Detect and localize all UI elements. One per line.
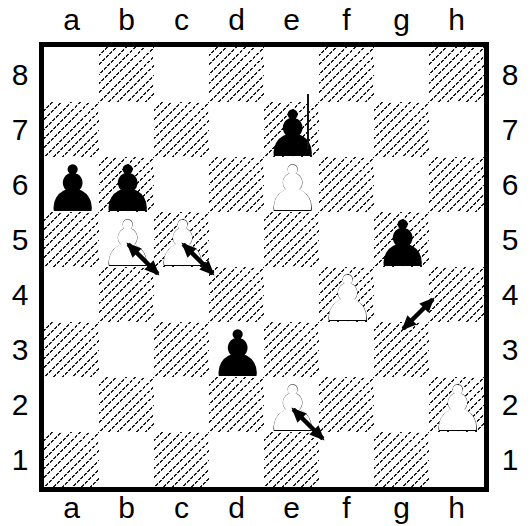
square-b3 xyxy=(99,322,154,377)
board-grid: ♟♟♟♟♙♟♙♟♙♟♟♙♟♟♙♟♙ xyxy=(44,47,484,487)
square-f5 xyxy=(319,212,374,267)
white-pawn-fill: ♟ xyxy=(320,268,376,330)
rank-label: 5 xyxy=(2,212,38,267)
square-d1 xyxy=(209,432,264,487)
file-label: f xyxy=(319,2,374,38)
file-label: c xyxy=(154,490,209,526)
rank-label: 3 xyxy=(492,322,528,377)
square-e1 xyxy=(264,432,319,487)
file-label: f xyxy=(319,490,374,526)
rank-label: 4 xyxy=(2,267,38,322)
file-label: e xyxy=(264,490,319,526)
square-f4: ♟♙ xyxy=(319,267,374,322)
square-b8 xyxy=(99,47,154,102)
square-g5: ♟ xyxy=(374,212,429,267)
file-label: g xyxy=(374,2,429,38)
square-h1 xyxy=(429,432,484,487)
square-e7: ♟ xyxy=(264,102,319,157)
file-label: h xyxy=(429,2,484,38)
square-d3: ♟ xyxy=(209,322,264,377)
square-c6 xyxy=(154,157,209,212)
white-pawn-fill: ♟ xyxy=(100,213,156,275)
file-label: e xyxy=(264,2,319,38)
white-pawn: ♟♙ xyxy=(264,157,319,212)
rank-labels-right: 87654321 xyxy=(492,47,528,487)
square-a5 xyxy=(44,212,99,267)
square-e5 xyxy=(264,212,319,267)
chess-board: ♟♟♟♟♙♟♙♟♙♟♟♙♟♟♙♟♙ xyxy=(39,42,489,492)
file-label: g xyxy=(374,490,429,526)
black-pawn: ♟ xyxy=(44,157,99,212)
square-g3 xyxy=(374,322,429,377)
square-b1 xyxy=(99,432,154,487)
square-a2 xyxy=(44,377,99,432)
square-e2: ♟♙ xyxy=(264,377,319,432)
black-pawn: ♟ xyxy=(99,157,154,212)
square-h2: ♟♙ xyxy=(429,377,484,432)
white-pawn-fill: ♟ xyxy=(265,378,321,440)
black-pawn: ♟ xyxy=(374,212,429,267)
square-c1 xyxy=(154,432,209,487)
white-pawn-fill: ♟ xyxy=(430,378,486,440)
rank-label: 6 xyxy=(492,157,528,212)
file-label: d xyxy=(209,2,264,38)
square-h4 xyxy=(429,267,484,322)
file-label: a xyxy=(44,2,99,38)
rank-label: 2 xyxy=(2,377,38,432)
file-label: b xyxy=(99,2,154,38)
file-label: b xyxy=(99,490,154,526)
rank-label: 5 xyxy=(492,212,528,267)
rank-label: 8 xyxy=(2,47,38,102)
square-c5: ♟♙ xyxy=(154,212,209,267)
square-f3 xyxy=(319,322,374,377)
square-g1 xyxy=(374,432,429,487)
square-b5: ♟♙ xyxy=(99,212,154,267)
square-c2 xyxy=(154,377,209,432)
square-g2 xyxy=(374,377,429,432)
white-pawn-fill: ♟ xyxy=(265,158,321,220)
square-h5 xyxy=(429,212,484,267)
square-f6 xyxy=(319,157,374,212)
white-pawn: ♟♙ xyxy=(154,212,209,267)
square-h3 xyxy=(429,322,484,377)
square-h8 xyxy=(429,47,484,102)
square-d4 xyxy=(209,267,264,322)
white-pawn: ♟♙ xyxy=(99,212,154,267)
chess-diagram: abcdefgh 87654321 87654321 abcdefgh ♟♟♟♟… xyxy=(0,0,530,526)
file-label: d xyxy=(209,490,264,526)
square-c3 xyxy=(154,322,209,377)
square-b2 xyxy=(99,377,154,432)
square-g4 xyxy=(374,267,429,322)
square-d6 xyxy=(209,157,264,212)
black-pawn: ♟ xyxy=(264,102,319,157)
file-label: a xyxy=(44,490,99,526)
square-e3 xyxy=(264,322,319,377)
rank-label: 8 xyxy=(492,47,528,102)
square-h7 xyxy=(429,102,484,157)
square-a1 xyxy=(44,432,99,487)
square-d5 xyxy=(209,212,264,267)
square-e4 xyxy=(264,267,319,322)
square-b7 xyxy=(99,102,154,157)
black-pawn: ♟ xyxy=(209,322,264,377)
square-g6 xyxy=(374,157,429,212)
square-a7 xyxy=(44,102,99,157)
file-label: h xyxy=(429,490,484,526)
square-f8 xyxy=(319,47,374,102)
white-pawn: ♟♙ xyxy=(429,377,484,432)
square-d8 xyxy=(209,47,264,102)
file-labels-bottom: abcdefgh xyxy=(44,490,484,526)
square-a4 xyxy=(44,267,99,322)
square-a3 xyxy=(44,322,99,377)
square-d2 xyxy=(209,377,264,432)
white-pawn: ♟♙ xyxy=(319,267,374,322)
white-pawn-fill: ♟ xyxy=(155,213,211,275)
square-a6: ♟ xyxy=(44,157,99,212)
rank-label: 1 xyxy=(2,432,38,487)
rank-labels-left: 87654321 xyxy=(2,47,38,487)
rank-label: 3 xyxy=(2,322,38,377)
rank-label: 7 xyxy=(2,102,38,157)
file-label: c xyxy=(154,2,209,38)
rank-label: 6 xyxy=(2,157,38,212)
square-c7 xyxy=(154,102,209,157)
square-e6: ♟♙ xyxy=(264,157,319,212)
file-labels-top: abcdefgh xyxy=(44,2,484,38)
white-pawn: ♟♙ xyxy=(264,377,319,432)
square-f2 xyxy=(319,377,374,432)
rank-label: 2 xyxy=(492,377,528,432)
square-g7 xyxy=(374,102,429,157)
square-b6: ♟ xyxy=(99,157,154,212)
rank-label: 4 xyxy=(492,267,528,322)
rank-label: 7 xyxy=(492,102,528,157)
square-c4 xyxy=(154,267,209,322)
square-c8 xyxy=(154,47,209,102)
square-f7 xyxy=(319,102,374,157)
square-a8 xyxy=(44,47,99,102)
square-g8 xyxy=(374,47,429,102)
square-h6 xyxy=(429,157,484,212)
rank-label: 1 xyxy=(492,432,528,487)
square-f1 xyxy=(319,432,374,487)
square-b4 xyxy=(99,267,154,322)
square-d7 xyxy=(209,102,264,157)
square-e8 xyxy=(264,47,319,102)
